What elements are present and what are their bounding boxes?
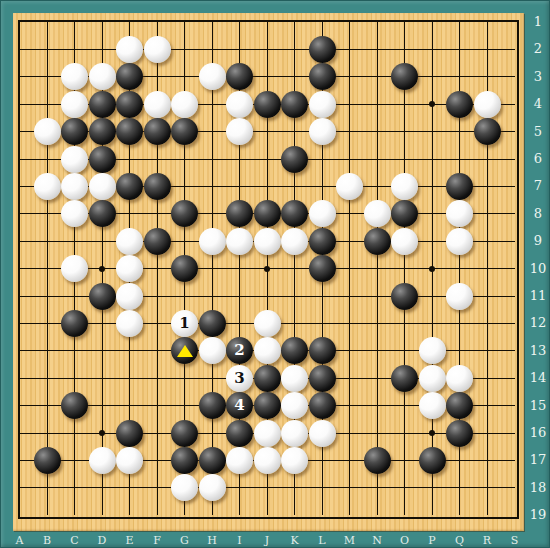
stone-J15[interactable] bbox=[254, 392, 281, 419]
stone-C12[interactable] bbox=[61, 310, 88, 337]
row-label: 12 bbox=[526, 315, 550, 330]
stone-D11[interactable] bbox=[89, 283, 116, 310]
row-label: 8 bbox=[526, 206, 550, 221]
stone-L2[interactable] bbox=[309, 36, 336, 63]
row-label: 16 bbox=[526, 425, 550, 440]
stone-P13[interactable] bbox=[419, 337, 446, 364]
row-label: 17 bbox=[526, 452, 550, 467]
stone-K15[interactable] bbox=[281, 392, 308, 419]
stone-Q15[interactable] bbox=[446, 392, 473, 419]
stone-I14[interactable]: 3 bbox=[226, 365, 253, 392]
grid-line-vertical bbox=[349, 22, 350, 515]
stone-C10[interactable] bbox=[61, 255, 88, 282]
star-point bbox=[429, 266, 435, 272]
stone-G4[interactable] bbox=[171, 91, 198, 118]
row-label: 19 bbox=[526, 507, 550, 522]
stone-F9[interactable] bbox=[144, 228, 171, 255]
stone-B7[interactable] bbox=[34, 173, 61, 200]
stone-J17[interactable] bbox=[254, 447, 281, 474]
stone-F7[interactable] bbox=[144, 173, 171, 200]
stone-O14[interactable] bbox=[391, 365, 418, 392]
stone-H15[interactable] bbox=[199, 392, 226, 419]
stone-J16[interactable] bbox=[254, 420, 281, 447]
stone-C7[interactable] bbox=[61, 173, 88, 200]
stone-L4[interactable] bbox=[309, 91, 336, 118]
stone-P17[interactable] bbox=[419, 447, 446, 474]
stone-D3[interactable] bbox=[89, 63, 116, 90]
column-label: R bbox=[477, 534, 497, 547]
column-label: H bbox=[202, 534, 222, 547]
row-label: 18 bbox=[526, 480, 550, 495]
move-number-label: 4 bbox=[226, 392, 253, 419]
row-label: 14 bbox=[526, 370, 550, 385]
stone-C6[interactable] bbox=[61, 146, 88, 173]
column-label: D bbox=[92, 534, 112, 547]
column-label: A bbox=[10, 534, 30, 547]
column-label: L bbox=[312, 534, 332, 547]
move-number-label: 3 bbox=[226, 365, 253, 392]
row-label: 3 bbox=[526, 69, 550, 84]
stone-N8[interactable] bbox=[364, 200, 391, 227]
stone-D4[interactable] bbox=[89, 91, 116, 118]
stone-F5[interactable] bbox=[144, 118, 171, 145]
stone-L3[interactable] bbox=[309, 63, 336, 90]
stone-B5[interactable] bbox=[34, 118, 61, 145]
stone-D6[interactable] bbox=[89, 146, 116, 173]
triangle-marker-icon bbox=[177, 345, 193, 357]
column-label: Q bbox=[450, 534, 470, 547]
stone-Q7[interactable] bbox=[446, 173, 473, 200]
stone-J13[interactable] bbox=[254, 337, 281, 364]
stone-K16[interactable] bbox=[281, 420, 308, 447]
stone-I15[interactable]: 4 bbox=[226, 392, 253, 419]
stone-H3[interactable] bbox=[199, 63, 226, 90]
stone-E16[interactable] bbox=[116, 420, 143, 447]
stone-L8[interactable] bbox=[309, 200, 336, 227]
stone-Q16[interactable] bbox=[446, 420, 473, 447]
stone-L14[interactable] bbox=[309, 365, 336, 392]
stone-I16[interactable] bbox=[226, 420, 253, 447]
star-point bbox=[429, 430, 435, 436]
column-label: G bbox=[175, 534, 195, 547]
move-number-label: 1 bbox=[171, 310, 198, 337]
stone-J14[interactable] bbox=[254, 365, 281, 392]
column-label: K bbox=[285, 534, 305, 547]
stone-E4[interactable] bbox=[116, 91, 143, 118]
stone-C5[interactable] bbox=[61, 118, 88, 145]
stone-H18[interactable] bbox=[199, 474, 226, 501]
stone-J9[interactable] bbox=[254, 228, 281, 255]
stone-D8[interactable] bbox=[89, 200, 116, 227]
stone-H13[interactable] bbox=[199, 337, 226, 364]
stone-L16[interactable] bbox=[309, 420, 336, 447]
board-frame: 1234 ABCDEFGHIJKLMNOPQRS1234567891011121… bbox=[0, 0, 550, 548]
stone-I5[interactable] bbox=[226, 118, 253, 145]
row-label: 5 bbox=[526, 124, 550, 139]
stone-D17[interactable] bbox=[89, 447, 116, 474]
stone-F4[interactable] bbox=[144, 91, 171, 118]
stone-P14[interactable] bbox=[419, 365, 446, 392]
stone-K17[interactable] bbox=[281, 447, 308, 474]
stone-G5[interactable] bbox=[171, 118, 198, 145]
row-label: 6 bbox=[526, 151, 550, 166]
stone-L10[interactable] bbox=[309, 255, 336, 282]
star-point bbox=[99, 430, 105, 436]
stone-L15[interactable] bbox=[309, 392, 336, 419]
stone-C4[interactable] bbox=[61, 91, 88, 118]
stone-J8[interactable] bbox=[254, 200, 281, 227]
stone-J12[interactable] bbox=[254, 310, 281, 337]
column-label: N bbox=[367, 534, 387, 547]
stone-E17[interactable] bbox=[116, 447, 143, 474]
stone-I9[interactable] bbox=[226, 228, 253, 255]
grid-line-vertical bbox=[377, 22, 378, 515]
stone-L13[interactable] bbox=[309, 337, 336, 364]
stone-N9[interactable] bbox=[364, 228, 391, 255]
column-label: B bbox=[37, 534, 57, 547]
column-label: P bbox=[422, 534, 442, 547]
stone-L5[interactable] bbox=[309, 118, 336, 145]
stone-M7[interactable] bbox=[336, 173, 363, 200]
stone-K6[interactable] bbox=[281, 146, 308, 173]
stone-E2[interactable] bbox=[116, 36, 143, 63]
row-label: 13 bbox=[526, 343, 550, 358]
move-number-label: 2 bbox=[226, 337, 253, 364]
stone-D5[interactable] bbox=[89, 118, 116, 145]
stone-G12[interactable]: 1 bbox=[171, 310, 198, 337]
row-label: 4 bbox=[526, 96, 550, 111]
star-point bbox=[264, 266, 270, 272]
stone-I17[interactable] bbox=[226, 447, 253, 474]
stone-D7[interactable] bbox=[89, 173, 116, 200]
stone-P15[interactable] bbox=[419, 392, 446, 419]
stone-L9[interactable] bbox=[309, 228, 336, 255]
row-label: 2 bbox=[526, 41, 550, 56]
stone-Q4[interactable] bbox=[446, 91, 473, 118]
row-label: 10 bbox=[526, 261, 550, 276]
column-label: E bbox=[120, 534, 140, 547]
stone-G16[interactable] bbox=[171, 420, 198, 447]
column-label: S bbox=[505, 534, 525, 547]
stone-I13[interactable]: 2 bbox=[226, 337, 253, 364]
stone-E10[interactable] bbox=[116, 255, 143, 282]
column-label: I bbox=[230, 534, 250, 547]
stone-G10[interactable] bbox=[171, 255, 198, 282]
stone-C15[interactable] bbox=[61, 392, 88, 419]
stone-K14[interactable] bbox=[281, 365, 308, 392]
stone-Q9[interactable] bbox=[446, 228, 473, 255]
stone-B17[interactable] bbox=[34, 447, 61, 474]
stone-K4[interactable] bbox=[281, 91, 308, 118]
stone-O9[interactable] bbox=[391, 228, 418, 255]
star-point bbox=[99, 266, 105, 272]
stone-J4[interactable] bbox=[254, 91, 281, 118]
row-label: 7 bbox=[526, 178, 550, 193]
stone-K9[interactable] bbox=[281, 228, 308, 255]
row-label: 15 bbox=[526, 398, 550, 413]
stone-Q14[interactable] bbox=[446, 365, 473, 392]
column-label: J bbox=[257, 534, 277, 547]
stone-Q11[interactable] bbox=[446, 283, 473, 310]
stone-R5[interactable] bbox=[474, 118, 501, 145]
stone-H12[interactable] bbox=[199, 310, 226, 337]
stone-E12[interactable] bbox=[116, 310, 143, 337]
stone-R4[interactable] bbox=[474, 91, 501, 118]
stone-H9[interactable] bbox=[199, 228, 226, 255]
column-label: F bbox=[147, 534, 167, 547]
stone-E7[interactable] bbox=[116, 173, 143, 200]
row-label: 1 bbox=[526, 14, 550, 29]
grid-line-vertical bbox=[404, 22, 405, 515]
column-label: O bbox=[395, 534, 415, 547]
stone-H17[interactable] bbox=[199, 447, 226, 474]
stone-E11[interactable] bbox=[116, 283, 143, 310]
row-label: 11 bbox=[526, 288, 550, 303]
row-label: 9 bbox=[526, 233, 550, 248]
stone-E5[interactable] bbox=[116, 118, 143, 145]
stone-F2[interactable] bbox=[144, 36, 171, 63]
stone-E9[interactable] bbox=[116, 228, 143, 255]
stone-I4[interactable] bbox=[226, 91, 253, 118]
grid-line-horizontal bbox=[20, 487, 515, 488]
go-board[interactable]: 1234 bbox=[13, 13, 524, 531]
column-label: M bbox=[340, 534, 360, 547]
stone-O7[interactable] bbox=[391, 173, 418, 200]
stone-O11[interactable] bbox=[391, 283, 418, 310]
column-label: C bbox=[65, 534, 85, 547]
stone-G17[interactable] bbox=[171, 447, 198, 474]
stone-N17[interactable] bbox=[364, 447, 391, 474]
